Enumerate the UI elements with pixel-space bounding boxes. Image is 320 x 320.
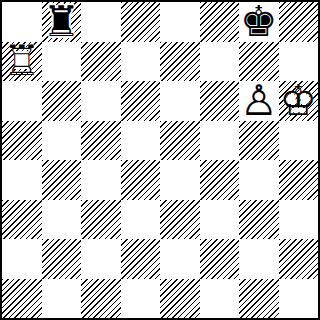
square-b5[interactable] — [42, 121, 82, 161]
square-h5[interactable] — [279, 121, 319, 161]
square-e4[interactable] — [160, 160, 200, 200]
white-king[interactable]: ♚♔ — [279, 81, 319, 121]
black-king[interactable]: ♚ — [239, 2, 279, 42]
square-a3[interactable] — [2, 200, 42, 240]
square-d4[interactable] — [121, 160, 161, 200]
square-b3[interactable] — [42, 200, 82, 240]
square-g1[interactable] — [239, 279, 279, 319]
square-g2[interactable] — [239, 239, 279, 279]
square-d3[interactable] — [121, 200, 161, 240]
square-f6[interactable] — [200, 81, 240, 121]
square-g4[interactable] — [239, 160, 279, 200]
square-c7[interactable] — [81, 42, 121, 82]
square-a2[interactable] — [2, 239, 42, 279]
square-c3[interactable] — [81, 200, 121, 240]
square-f4[interactable] — [200, 160, 240, 200]
square-b8[interactable]: ♜ — [42, 2, 82, 42]
square-f3[interactable] — [200, 200, 240, 240]
square-d2[interactable] — [121, 239, 161, 279]
square-b6[interactable] — [42, 81, 82, 121]
square-e2[interactable] — [160, 239, 200, 279]
white-rook[interactable]: ♜♖ — [2, 42, 42, 82]
square-d1[interactable] — [121, 279, 161, 319]
piece-outline-glyph: ♖ — [3, 40, 41, 82]
chessboard: ♜♚♜♖♟♙♚♔ — [0, 0, 320, 320]
square-e6[interactable] — [160, 81, 200, 121]
square-f5[interactable] — [200, 121, 240, 161]
square-a5[interactable] — [2, 121, 42, 161]
square-a7[interactable]: ♜♖ — [2, 42, 42, 82]
square-d8[interactable] — [121, 2, 161, 42]
square-f7[interactable] — [200, 42, 240, 82]
square-c6[interactable] — [81, 81, 121, 121]
square-b7[interactable] — [42, 42, 82, 82]
square-e3[interactable] — [160, 200, 200, 240]
square-d6[interactable] — [121, 81, 161, 121]
square-g3[interactable] — [239, 200, 279, 240]
square-d7[interactable] — [121, 42, 161, 82]
square-h3[interactable] — [279, 200, 319, 240]
square-a1[interactable] — [2, 279, 42, 319]
square-c2[interactable] — [81, 239, 121, 279]
square-f1[interactable] — [200, 279, 240, 319]
square-h4[interactable] — [279, 160, 319, 200]
square-e5[interactable] — [160, 121, 200, 161]
square-d5[interactable] — [121, 121, 161, 161]
square-g6[interactable]: ♟♙ — [239, 81, 279, 121]
piece-fill-glyph: ♜ — [42, 1, 80, 43]
square-c8[interactable] — [81, 2, 121, 42]
square-c5[interactable] — [81, 121, 121, 161]
square-h8[interactable] — [279, 2, 319, 42]
square-b1[interactable] — [42, 279, 82, 319]
square-e8[interactable] — [160, 2, 200, 42]
square-b2[interactable] — [42, 239, 82, 279]
square-h6[interactable]: ♚♔ — [279, 81, 319, 121]
square-c1[interactable] — [81, 279, 121, 319]
square-b4[interactable] — [42, 160, 82, 200]
piece-outline-glyph: ♙ — [240, 80, 278, 122]
square-e1[interactable] — [160, 279, 200, 319]
square-a4[interactable] — [2, 160, 42, 200]
square-f8[interactable] — [200, 2, 240, 42]
square-e7[interactable] — [160, 42, 200, 82]
piece-outline-glyph: ♔ — [279, 80, 317, 122]
piece-fill-glyph: ♚ — [240, 1, 278, 43]
square-g5[interactable] — [239, 121, 279, 161]
square-c4[interactable] — [81, 160, 121, 200]
square-a6[interactable] — [2, 81, 42, 121]
white-pawn[interactable]: ♟♙ — [239, 81, 279, 121]
square-h1[interactable] — [279, 279, 319, 319]
square-h2[interactable] — [279, 239, 319, 279]
square-f2[interactable] — [200, 239, 240, 279]
square-g8[interactable]: ♚ — [239, 2, 279, 42]
black-rook[interactable]: ♜ — [42, 2, 82, 42]
